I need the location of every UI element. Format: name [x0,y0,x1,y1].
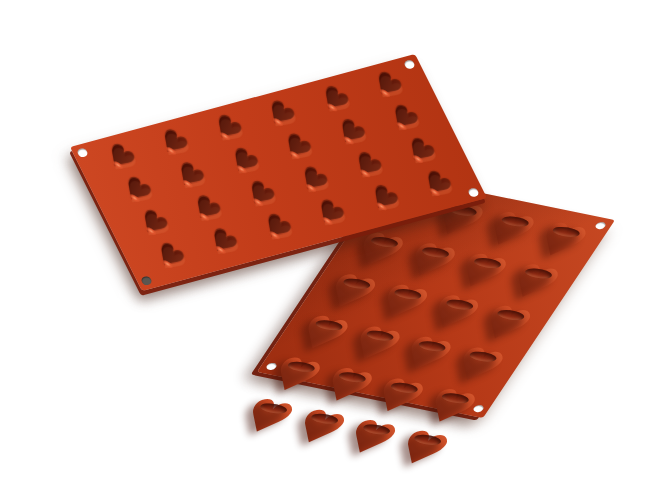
cavity-heart-icon: ♥ [149,238,190,278]
product-photo: ♥♥♥♥♥♥♥♥♥♥♥♥♥♥♥♥♥♥♥♥♥♥♥♥ ♥♥♥♥♥♥♥♥♥♥♥♥♥♥♥… [0,0,650,487]
cavity-heart-icon: ♥ [202,223,243,263]
corner-hole-icon [467,187,480,197]
cavity-heart-icon: ♥ [363,180,404,220]
cavity-heart-icon: ♥ [309,195,350,235]
cavity-heart-icon: ♥ [256,209,297,249]
cavity-heart-icon: ♥ [416,166,457,206]
